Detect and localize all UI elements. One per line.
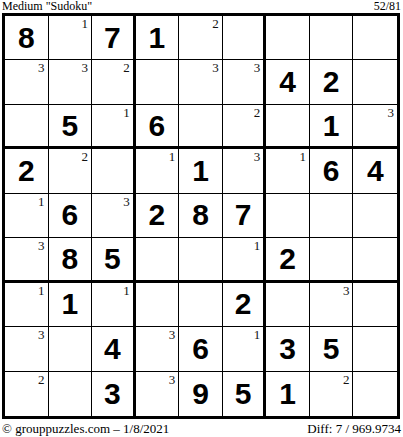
cell-value: 7 [223,194,264,237]
cell-value [266,194,309,237]
pencil-mark: 2 [123,60,130,75]
pencil-mark: 3 [38,238,45,253]
cell-value [223,16,264,59]
cell-value: 4 [92,327,133,370]
cell-value: 8 [5,16,48,59]
cell-value: 4 [353,149,397,192]
cell-r6c2[interactable]: 8 [49,238,93,282]
cell-r2c8[interactable]: 2 [310,60,354,104]
cell-r7c2[interactable]: 1 [49,283,93,327]
cell-value: 5 [92,238,133,279]
cell-r8c6[interactable]: 1 [223,327,267,371]
progress-counter: 52/81 [374,0,401,12]
pencil-mark: 1 [123,283,130,298]
cell-value [353,194,397,237]
footer-bar: © grouppuzzles.com – 1/8/2021 Diff: 7 / … [0,420,403,436]
cell-r6c6[interactable]: 1 [223,238,267,282]
cell-r4c6[interactable]: 3 [223,149,267,193]
cell-r4c3[interactable] [92,149,136,193]
cell-value: 1 [49,283,92,326]
cell-r4c7[interactable]: 1 [266,149,310,193]
pencil-mark: 1 [254,238,261,253]
pencil-mark: 3 [38,327,45,342]
cell-r1c6[interactable] [223,16,267,60]
cell-r7c8[interactable]: 3 [310,283,354,327]
cell-r9c5[interactable]: 9 [179,372,223,416]
cell-r6c3[interactable]: 5 [92,238,136,282]
cell-value [136,283,179,326]
pencil-mark: 3 [169,327,176,342]
cell-r9c8[interactable]: 2 [310,372,354,416]
cell-value [266,16,309,59]
pencil-mark: 1 [38,283,45,298]
cell-r6c4[interactable] [136,238,180,282]
cell-value [179,238,222,279]
cell-r3c5[interactable] [179,105,223,149]
pencil-mark: 3 [212,60,219,75]
pencil-mark: 1 [123,105,130,120]
cell-value [49,327,92,370]
cell-value: 2 [136,194,179,237]
cell-r8c4[interactable]: 3 [136,327,180,371]
cell-r4c1[interactable]: 2 [5,149,49,193]
cell-r7c7[interactable] [266,283,310,327]
cell-value [310,16,353,59]
copyright-text: © grouppuzzles.com – 1/8/2021 [2,421,169,436]
cell-value: 7 [92,16,133,59]
cell-value: 5 [223,372,264,416]
cell-r5c5[interactable]: 8 [179,194,223,238]
cell-value: 4 [266,60,309,103]
cell-value [136,238,179,279]
cell-r1c2[interactable]: 1 [49,16,93,60]
cell-r9c7[interactable]: 1 [266,372,310,416]
cell-value: 5 [49,105,92,146]
cell-value: 6 [310,149,353,192]
cell-r2c4[interactable] [136,60,180,104]
cell-r3c2[interactable]: 5 [49,105,93,149]
cell-r8c9[interactable] [353,327,397,371]
cell-r3c8[interactable]: 1 [310,105,354,149]
pencil-mark: 1 [169,149,176,164]
cell-r9c2[interactable] [49,372,93,416]
header-bar: Medium "Sudoku" 52/81 [0,0,403,13]
pencil-mark: 1 [38,194,45,209]
sudoku-grid: 8171233233425162132211316416328738512111… [2,13,400,419]
cell-r1c3[interactable]: 7 [92,16,136,60]
cell-r9c1[interactable]: 2 [5,372,49,416]
cell-r3c3[interactable]: 1 [92,105,136,149]
cell-value [353,16,397,59]
cell-r1c8[interactable] [310,16,354,60]
cell-value: 2 [266,238,309,279]
cell-value: 3 [266,327,309,370]
pencil-mark: 2 [254,105,261,120]
cell-value: 1 [179,149,222,192]
cell-r7c1[interactable]: 1 [5,283,49,327]
cell-r6c9[interactable] [353,238,397,282]
puzzle-title: Medium "Sudoku" [2,0,92,12]
cell-r5c7[interactable] [266,194,310,238]
cell-r5c2[interactable]: 6 [49,194,93,238]
pencil-mark: 3 [82,60,89,75]
cell-r6c1[interactable]: 3 [5,238,49,282]
cell-r1c5[interactable]: 2 [179,16,223,60]
cell-r2c7[interactable]: 4 [266,60,310,104]
cell-r4c2[interactable]: 2 [49,149,93,193]
pencil-mark: 3 [254,149,261,164]
cell-value [49,372,92,416]
cell-value: 1 [266,372,309,416]
cell-value: 6 [136,105,179,146]
cell-r6c8[interactable] [310,238,354,282]
cell-value: 1 [136,16,179,59]
difficulty-text: Diff: 7 / 969.9734 [307,421,401,436]
cell-value: 6 [49,194,92,237]
cell-r5c9[interactable] [353,194,397,238]
pencil-mark: 3 [343,283,350,298]
cell-r5c3[interactable]: 3 [92,194,136,238]
cell-r2c6[interactable]: 3 [223,60,267,104]
cell-r5c1[interactable]: 1 [5,194,49,238]
cell-r2c5[interactable]: 3 [179,60,223,104]
pencil-mark: 2 [38,372,45,387]
cell-value: 3 [92,372,133,416]
cell-r3c9[interactable]: 3 [353,105,397,149]
cell-value: 5 [310,327,353,370]
cell-r1c1[interactable]: 8 [5,16,49,60]
pencil-mark: 1 [82,16,89,31]
cell-r8c3[interactable]: 4 [92,327,136,371]
cell-r5c4[interactable]: 2 [136,194,180,238]
pencil-mark: 2 [212,16,219,31]
cell-value: 9 [179,372,222,416]
cell-value: 1 [310,105,353,146]
pencil-mark: 3 [169,372,176,387]
cell-r3c4[interactable]: 6 [136,105,180,149]
cell-value: 6 [179,327,222,370]
cell-r9c4[interactable]: 3 [136,372,180,416]
cell-r4c5[interactable]: 1 [179,149,223,193]
cell-value: 2 [5,149,48,192]
pencil-mark: 1 [299,149,306,164]
cell-r8c8[interactable]: 5 [310,327,354,371]
cell-r1c7[interactable] [266,16,310,60]
cell-r1c4[interactable]: 1 [136,16,180,60]
pencil-mark: 3 [38,60,45,75]
cell-r2c3[interactable]: 2 [92,60,136,104]
cell-r6c5[interactable] [179,238,223,282]
cell-r1c9[interactable] [353,16,397,60]
cell-value: 8 [179,194,222,237]
pencil-mark: 2 [343,372,350,387]
cell-r7c9[interactable] [353,283,397,327]
cell-value [353,327,397,370]
cell-r2c9[interactable] [353,60,397,104]
cell-r2c1[interactable]: 3 [5,60,49,104]
cell-value [353,372,397,416]
cell-r8c1[interactable]: 3 [5,327,49,371]
cell-value [310,194,353,237]
cell-r5c6[interactable]: 7 [223,194,267,238]
cell-value: 2 [223,283,264,326]
cell-r3c7[interactable] [266,105,310,149]
cell-value [353,283,397,326]
cell-r3c6[interactable]: 2 [223,105,267,149]
cell-r7c6[interactable]: 2 [223,283,267,327]
pencil-mark: 3 [123,194,130,209]
cell-r3c1[interactable] [5,105,49,149]
pencil-mark: 2 [82,149,89,164]
cell-r9c9[interactable] [353,372,397,416]
cell-r4c4[interactable]: 1 [136,149,180,193]
cell-r2c2[interactable]: 3 [49,60,93,104]
cell-r8c7[interactable]: 3 [266,327,310,371]
cell-value: 8 [49,238,92,279]
cell-value: 2 [310,60,353,103]
cell-value [310,238,353,279]
cell-r6c7[interactable]: 2 [266,238,310,282]
pencil-mark: 3 [254,60,261,75]
cell-r9c3[interactable]: 3 [92,372,136,416]
cell-value [266,105,309,146]
cell-value [179,283,222,326]
pencil-mark: 1 [254,327,261,342]
cell-value [353,238,397,279]
cell-value [266,283,309,326]
cell-r7c4[interactable] [136,283,180,327]
cell-r7c5[interactable] [179,283,223,327]
cell-r7c3[interactable]: 1 [92,283,136,327]
cell-r4c9[interactable]: 4 [353,149,397,193]
cell-r5c8[interactable] [310,194,354,238]
cell-value [353,60,397,103]
cell-r8c2[interactable] [49,327,93,371]
cell-value [136,60,179,103]
cell-r8c5[interactable]: 6 [179,327,223,371]
pencil-mark: 3 [388,105,395,120]
cell-value [5,105,48,146]
cell-value [92,149,133,192]
cell-r9c6[interactable]: 5 [223,372,267,416]
cell-value [179,105,222,146]
cell-r4c8[interactable]: 6 [310,149,354,193]
